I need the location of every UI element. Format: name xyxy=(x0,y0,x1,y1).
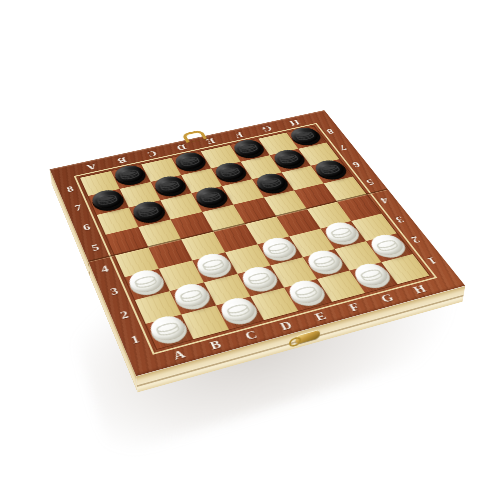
rank-label-left-7: 7 xyxy=(68,201,88,215)
rank-label-right-8: 8 xyxy=(320,126,340,138)
rank-label-left-2: 2 xyxy=(113,306,136,323)
file-label-top-g: G xyxy=(257,123,277,134)
rank-label-right-6: 6 xyxy=(346,158,367,171)
rank-label-left-8: 8 xyxy=(60,182,80,195)
product-photo-scene: ⛂⛂⛂⛂⛂⛂⛂⛂⛂⛂⛂⛂⛀⛀⛀⛀⛀⛀⛀⛀⛀⛀⛀⛀ AABBCCDDEEFFGGH… xyxy=(0,0,488,488)
brass-hook-icon xyxy=(181,130,207,143)
rank-label-left-6: 6 xyxy=(76,220,97,235)
file-label-top-c: C xyxy=(142,148,161,160)
rank-label-left-1: 1 xyxy=(123,330,147,348)
rank-label-left-4: 4 xyxy=(94,261,116,277)
file-label-top-a: A xyxy=(82,161,101,174)
rank-label-right-7: 7 xyxy=(333,142,354,154)
rank-label-left-3: 3 xyxy=(103,283,125,300)
rank-label-left-5: 5 xyxy=(85,240,106,255)
brass-clasp-icon xyxy=(296,329,321,344)
rank-label-right-4: 4 xyxy=(373,194,395,208)
rank-label-right-5: 5 xyxy=(359,176,381,189)
